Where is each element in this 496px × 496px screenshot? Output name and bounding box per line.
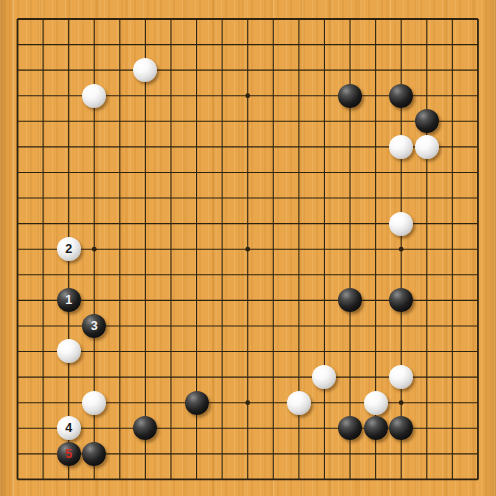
black-stone[interactable] (133, 416, 157, 440)
white-stone[interactable]: 4 (57, 416, 81, 440)
go-board[interactable]: 21345 (0, 0, 496, 496)
black-stone[interactable] (338, 84, 362, 108)
white-stone[interactable] (82, 84, 106, 108)
white-stone[interactable]: 2 (57, 237, 81, 261)
black-stone[interactable] (82, 442, 106, 466)
move-number-label: 1 (65, 294, 72, 307)
white-stone[interactable] (82, 391, 106, 415)
black-stone[interactable]: 3 (82, 314, 106, 338)
black-stone[interactable] (389, 416, 413, 440)
move-number-label: 4 (65, 422, 72, 435)
black-stone[interactable] (389, 288, 413, 312)
black-stone[interactable] (364, 416, 388, 440)
white-stone[interactable] (287, 391, 311, 415)
move-number-label: 2 (65, 243, 72, 256)
black-stone[interactable] (185, 391, 209, 415)
white-stone[interactable] (389, 212, 413, 236)
white-stone[interactable] (415, 135, 439, 159)
black-stone[interactable] (338, 288, 362, 312)
move-number-label: 3 (91, 320, 98, 333)
black-stone[interactable]: 1 (57, 288, 81, 312)
white-stone[interactable] (389, 365, 413, 389)
white-stone[interactable] (133, 58, 157, 82)
black-stone[interactable]: 5 (57, 442, 81, 466)
black-stone[interactable] (389, 84, 413, 108)
black-stone[interactable] (415, 109, 439, 133)
move-number-label: 5 (65, 448, 72, 461)
white-stone[interactable] (57, 339, 81, 363)
black-stone[interactable] (338, 416, 362, 440)
white-stone[interactable] (364, 391, 388, 415)
white-stone[interactable] (312, 365, 336, 389)
white-stone[interactable] (389, 135, 413, 159)
stones-layer[interactable]: 21345 (5, 6, 491, 492)
